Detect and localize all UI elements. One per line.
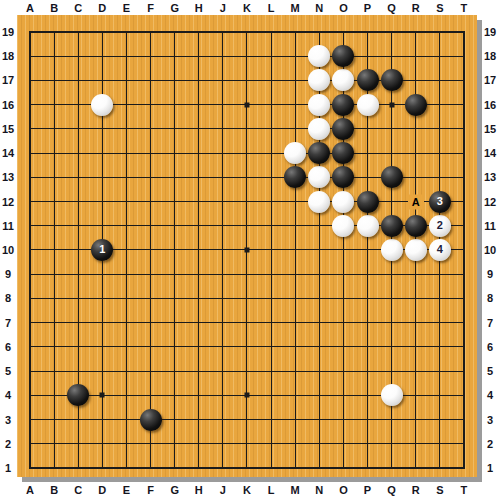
coord-label-bottom-R: R [412, 484, 420, 496]
grid-line-vertical [463, 31, 465, 469]
coord-label-top-C: C [74, 2, 82, 14]
coord-label-bottom-S: S [436, 484, 443, 496]
coord-label-right-10: 10 [484, 244, 496, 256]
stone-black-D10[interactable]: 1 [91, 239, 113, 261]
coord-label-left-1: 1 [5, 462, 11, 474]
coord-label-bottom-E: E [123, 484, 130, 496]
coord-label-left-12: 12 [2, 196, 14, 208]
coord-label-right-1: 1 [487, 462, 493, 474]
stone-black-P17[interactable] [357, 69, 379, 91]
coord-label-left-3: 3 [5, 414, 11, 426]
stone-white-N16[interactable] [308, 94, 330, 116]
grid-line-vertical [295, 31, 296, 469]
stone-white-S10[interactable]: 4 [429, 239, 451, 261]
coord-label-bottom-G: G [170, 484, 179, 496]
stone-black-Q17[interactable] [381, 69, 403, 91]
coord-label-right-13: 13 [484, 171, 496, 183]
coord-label-right-5: 5 [487, 365, 493, 377]
coord-label-top-S: S [436, 2, 443, 14]
coord-label-bottom-O: O [339, 484, 348, 496]
coord-label-left-10: 10 [2, 244, 14, 256]
coord-label-right-15: 15 [484, 123, 496, 135]
coord-label-top-R: R [412, 2, 420, 14]
coord-label-bottom-N: N [315, 484, 323, 496]
coord-label-right-8: 8 [487, 292, 493, 304]
coord-label-right-16: 16 [484, 99, 496, 111]
coord-label-left-17: 17 [2, 74, 14, 86]
coord-label-left-14: 14 [2, 147, 14, 159]
stone-black-P12[interactable] [357, 191, 379, 213]
annotation-A: A [408, 194, 424, 209]
star-point-K16 [244, 102, 249, 107]
coord-label-left-19: 19 [2, 26, 14, 38]
coord-label-top-B: B [50, 2, 58, 14]
coord-label-right-2: 2 [487, 438, 493, 450]
coord-label-left-15: 15 [2, 123, 14, 135]
coord-label-right-19: 19 [484, 26, 496, 38]
stone-white-O11[interactable] [332, 215, 354, 237]
grid-line-horizontal [29, 419, 465, 420]
coord-label-top-Q: Q [387, 2, 396, 14]
coord-label-right-4: 4 [487, 389, 493, 401]
grid-line-horizontal [29, 322, 465, 323]
stone-white-N13[interactable] [308, 166, 330, 188]
coord-label-left-9: 9 [5, 268, 11, 280]
stone-white-N17[interactable] [308, 69, 330, 91]
stone-white-O12[interactable] [332, 191, 354, 213]
coord-label-top-J: J [220, 2, 226, 14]
goban[interactable]: A1234 [17, 15, 477, 477]
coord-label-bottom-M: M [291, 484, 300, 496]
stone-white-R10[interactable] [405, 239, 427, 261]
stone-black-C4[interactable] [67, 384, 89, 406]
coord-label-right-14: 14 [484, 147, 496, 159]
coord-label-right-18: 18 [484, 50, 496, 62]
stone-white-P11[interactable] [357, 215, 379, 237]
coord-label-bottom-T: T [461, 484, 468, 496]
coord-label-left-18: 18 [2, 50, 14, 62]
coord-label-top-A: A [26, 2, 34, 14]
coord-label-left-5: 5 [5, 365, 11, 377]
coord-label-right-17: 17 [484, 74, 496, 86]
grid-line-vertical [271, 31, 272, 469]
stone-white-N18[interactable] [308, 45, 330, 67]
coord-label-left-11: 11 [2, 220, 14, 232]
star-point-D4 [100, 393, 105, 398]
stone-black-N14[interactable] [308, 142, 330, 164]
coord-label-top-N: N [315, 2, 323, 14]
coord-label-top-M: M [291, 2, 300, 14]
coord-label-top-H: H [195, 2, 203, 14]
grid-line-horizontal [29, 274, 465, 275]
coord-label-left-4: 4 [5, 389, 11, 401]
coord-label-right-3: 3 [487, 414, 493, 426]
coord-label-bottom-H: H [195, 484, 203, 496]
coord-label-top-O: O [339, 2, 348, 14]
stone-black-S12[interactable]: 3 [429, 191, 451, 213]
stone-white-N12[interactable] [308, 191, 330, 213]
coord-label-bottom-B: B [50, 484, 58, 496]
coord-label-top-F: F [147, 2, 154, 14]
coord-label-top-K: K [243, 2, 251, 14]
coord-label-left-2: 2 [5, 438, 11, 450]
grid-line-horizontal [29, 371, 465, 372]
coord-label-top-L: L [268, 2, 275, 14]
coord-label-bottom-D: D [98, 484, 106, 496]
stone-black-O14[interactable] [332, 142, 354, 164]
stone-white-M14[interactable] [284, 142, 306, 164]
coord-label-right-7: 7 [487, 317, 493, 329]
coord-label-bottom-K: K [243, 484, 251, 496]
coord-label-bottom-F: F [147, 484, 154, 496]
stone-white-Q10[interactable] [381, 239, 403, 261]
star-point-K10 [244, 247, 249, 252]
star-point-Q16 [389, 102, 394, 107]
stone-black-R11[interactable] [405, 215, 427, 237]
coord-label-left-6: 6 [5, 341, 11, 353]
stone-white-N15[interactable] [308, 118, 330, 140]
coord-label-top-T: T [461, 2, 468, 14]
coord-label-top-E: E [123, 2, 130, 14]
coord-label-left-16: 16 [2, 99, 14, 111]
star-point-K4 [244, 393, 249, 398]
coord-label-bottom-A: A [26, 484, 34, 496]
stone-black-O16[interactable] [332, 94, 354, 116]
stone-white-Q4[interactable] [381, 384, 403, 406]
grid-line-horizontal [29, 298, 465, 299]
coord-label-right-6: 6 [487, 341, 493, 353]
coord-label-left-13: 13 [2, 171, 14, 183]
stone-white-O17[interactable] [332, 69, 354, 91]
stone-black-O15[interactable] [332, 118, 354, 140]
coord-label-top-G: G [170, 2, 179, 14]
coord-label-left-8: 8 [5, 292, 11, 304]
grid-line-horizontal [29, 443, 465, 444]
stone-black-Q11[interactable] [381, 215, 403, 237]
stone-white-P16[interactable] [357, 94, 379, 116]
coord-label-right-11: 11 [484, 220, 496, 232]
coord-label-right-9: 9 [487, 268, 493, 280]
coord-label-top-D: D [98, 2, 106, 14]
stone-black-M13[interactable] [284, 166, 306, 188]
coord-label-bottom-L: L [268, 484, 275, 496]
stone-black-O18[interactable] [332, 45, 354, 67]
stone-white-D16[interactable] [91, 94, 113, 116]
stone-white-S11[interactable]: 2 [429, 215, 451, 237]
stone-black-Q13[interactable] [381, 166, 403, 188]
coord-label-bottom-C: C [74, 484, 82, 496]
coord-label-top-P: P [364, 2, 371, 14]
stone-black-R16[interactable] [405, 94, 427, 116]
stone-black-O13[interactable] [332, 166, 354, 188]
coord-label-right-12: 12 [484, 196, 496, 208]
grid-line-horizontal [29, 467, 465, 469]
coord-label-bottom-P: P [364, 484, 371, 496]
grid-line-horizontal [29, 346, 465, 347]
coord-label-bottom-J: J [220, 484, 226, 496]
stone-black-F3[interactable] [140, 409, 162, 431]
coord-label-bottom-Q: Q [387, 484, 396, 496]
go-diagram-page: A1234 AABBCCDDEEFFGGHHJJKKLLMMNNOOPPQQRR… [0, 0, 500, 500]
coord-label-left-7: 7 [5, 317, 11, 329]
